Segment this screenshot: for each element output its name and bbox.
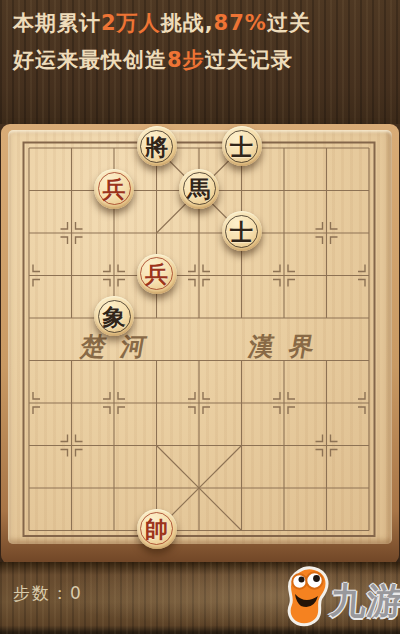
challenge-stats-text: 本期累计2万人挑战,87%过关 xyxy=(13,9,311,37)
piece-士-black[interactable]: 士 xyxy=(222,126,262,166)
river-label-chu-he: 楚河 xyxy=(78,330,164,363)
9game-mascot-icon xyxy=(284,566,330,630)
piece-象-black[interactable]: 象 xyxy=(94,296,134,336)
steps-value: 0 xyxy=(70,583,83,603)
river-label-han-jie: 漢界 xyxy=(246,330,332,363)
piece-glyph: 士 xyxy=(230,135,253,158)
9game-logo-text: 九游 xyxy=(328,577,400,626)
piece-兵-red[interactable]: 兵 xyxy=(94,169,134,209)
piece-glyph: 象 xyxy=(103,305,126,328)
piece-glyph: 士 xyxy=(230,220,253,243)
app-screen: 本期累计2万人挑战,87%过关 好运来最快创造8步过关记录 楚河 漢界 將士兵馬… xyxy=(0,0,400,634)
steps-label: 步数： xyxy=(13,583,70,603)
piece-glyph: 兵 xyxy=(103,177,126,200)
piece-glyph: 馬 xyxy=(188,177,211,200)
record-stats-text: 好运来最快创造8步过关记录 xyxy=(13,46,293,74)
piece-將-black[interactable]: 將 xyxy=(137,126,177,166)
xiangqi-board[interactable]: 楚河 漢界 將士兵馬士兵象帥 xyxy=(1,124,399,564)
9game-logo: 九游 xyxy=(280,564,398,632)
piece-士-black[interactable]: 士 xyxy=(222,211,262,251)
piece-glyph: 帥 xyxy=(145,517,168,540)
piece-glyph: 將 xyxy=(145,135,168,158)
piece-兵-red[interactable]: 兵 xyxy=(137,254,177,294)
piece-馬-black[interactable]: 馬 xyxy=(179,169,219,209)
steps-counter: 步数：0 xyxy=(13,582,83,605)
stats-banner: 本期累计2万人挑战,87%过关 好运来最快创造8步过关记录 xyxy=(0,0,400,124)
piece-glyph: 兵 xyxy=(145,262,168,285)
piece-帥-red[interactable]: 帥 xyxy=(137,509,177,549)
bottom-bar: 步数：0 九游 xyxy=(0,562,400,634)
